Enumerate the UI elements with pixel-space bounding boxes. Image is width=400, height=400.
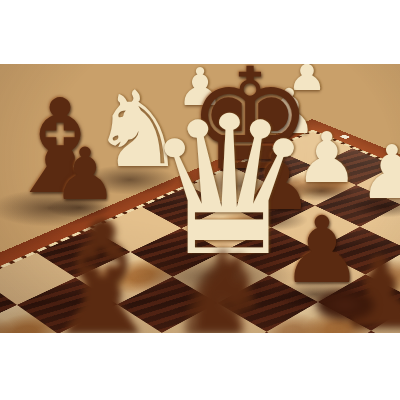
dark-bishop-a6: ♝ <box>2 82 119 212</box>
white-pawn-g7: ♟ <box>287 64 326 97</box>
dark-pawn-a4: ♟ <box>53 138 118 210</box>
white-pawn-f7: ♟ <box>177 64 224 113</box>
chess-board <box>0 119 400 333</box>
board-squares <box>0 132 400 333</box>
board-rim <box>0 119 400 333</box>
page: ♝♞♟♝♛♚♟♟♟♟♟♟♟♟♞ <box>0 0 400 400</box>
chess-photo: ♝♞♟♝♛♚♟♟♟♟♟♟♟♟♞ <box>0 64 400 333</box>
rim-inlay-mark <box>339 134 350 139</box>
white-knight-c5: ♞ <box>91 78 185 183</box>
